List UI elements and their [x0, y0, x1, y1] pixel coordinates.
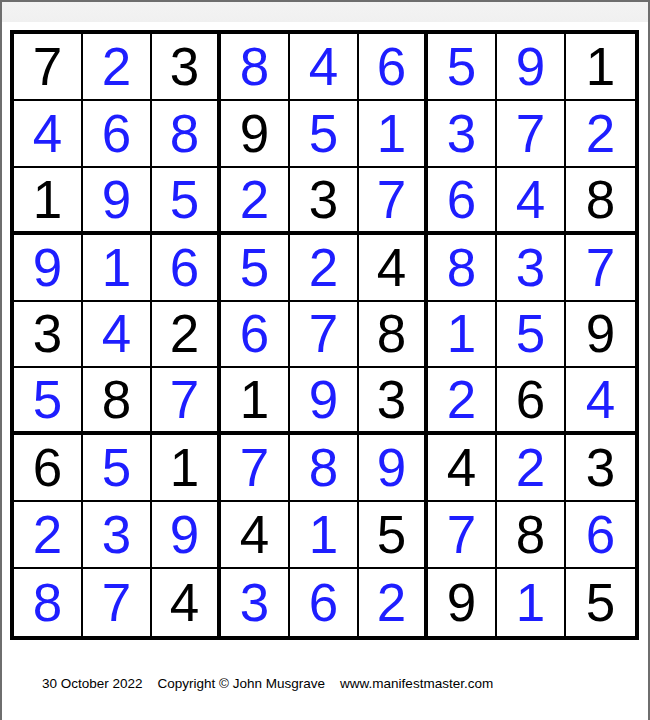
cell-r7c5: 8: [290, 435, 359, 502]
page: 7238465914689513721952376489165248373426…: [0, 0, 650, 720]
cell-r3c3: 5: [152, 168, 221, 235]
cell-r5c7: 1: [428, 302, 497, 369]
cell-r4c1: 9: [14, 235, 83, 302]
cell-r3c1: 1: [14, 168, 83, 235]
cell-r1c5: 4: [290, 34, 359, 101]
cell-r3c6: 7: [359, 168, 428, 235]
cell-r6c4: 1: [221, 368, 290, 435]
cell-r5c8: 5: [497, 302, 566, 369]
cell-r9c3: 4: [152, 569, 221, 636]
cell-r5c5: 7: [290, 302, 359, 369]
cell-r8c7: 7: [428, 502, 497, 569]
cell-r5c4: 6: [221, 302, 290, 369]
cell-r7c1: 6: [14, 435, 83, 502]
cell-r2c2: 6: [83, 101, 152, 168]
cell-r4c7: 8: [428, 235, 497, 302]
cell-r7c9: 3: [566, 435, 635, 502]
cell-r1c9: 1: [566, 34, 635, 101]
cell-r9c5: 6: [290, 569, 359, 636]
cell-r2c7: 3: [428, 101, 497, 168]
cell-r2c6: 1: [359, 101, 428, 168]
cell-r9c2: 7: [83, 569, 152, 636]
cell-r3c8: 4: [497, 168, 566, 235]
cell-r5c1: 3: [14, 302, 83, 369]
cell-r7c6: 9: [359, 435, 428, 502]
cell-r6c7: 2: [428, 368, 497, 435]
horizontal-scrollbar-track[interactable]: [2, 2, 648, 22]
cell-r7c3: 1: [152, 435, 221, 502]
cell-r3c9: 8: [566, 168, 635, 235]
cell-r9c6: 2: [359, 569, 428, 636]
cell-r2c3: 8: [152, 101, 221, 168]
cell-r2c4: 9: [221, 101, 290, 168]
cell-r1c3: 3: [152, 34, 221, 101]
cell-r9c8: 1: [497, 569, 566, 636]
cell-r5c9: 9: [566, 302, 635, 369]
cell-r4c6: 4: [359, 235, 428, 302]
cell-r2c5: 5: [290, 101, 359, 168]
frame-left-border: [0, 0, 2, 720]
cell-r1c6: 6: [359, 34, 428, 101]
cell-r2c1: 4: [14, 101, 83, 168]
cell-r4c4: 5: [221, 235, 290, 302]
website-text: www.manifestmaster.com: [340, 676, 493, 691]
cell-r6c6: 3: [359, 368, 428, 435]
cell-r7c7: 4: [428, 435, 497, 502]
cell-r6c5: 9: [290, 368, 359, 435]
cell-r3c5: 3: [290, 168, 359, 235]
cell-r9c1: 8: [14, 569, 83, 636]
cell-r9c7: 9: [428, 569, 497, 636]
cell-r9c4: 3: [221, 569, 290, 636]
cell-r2c9: 2: [566, 101, 635, 168]
cell-r2c8: 7: [497, 101, 566, 168]
cell-r3c2: 9: [83, 168, 152, 235]
cell-r8c8: 8: [497, 502, 566, 569]
cell-r4c5: 2: [290, 235, 359, 302]
cell-r6c3: 7: [152, 368, 221, 435]
cell-r3c4: 2: [221, 168, 290, 235]
cell-r1c2: 2: [83, 34, 152, 101]
sudoku-board: 7238465914689513721952376489165248373426…: [10, 30, 639, 640]
cell-r6c2: 8: [83, 368, 152, 435]
cell-r8c3: 9: [152, 502, 221, 569]
cell-r8c4: 4: [221, 502, 290, 569]
cell-r4c3: 6: [152, 235, 221, 302]
cell-r8c1: 2: [14, 502, 83, 569]
cell-r6c1: 5: [14, 368, 83, 435]
cell-r6c8: 6: [497, 368, 566, 435]
cell-r8c6: 5: [359, 502, 428, 569]
cell-r4c9: 7: [566, 235, 635, 302]
cell-r1c7: 5: [428, 34, 497, 101]
cell-r8c2: 3: [83, 502, 152, 569]
cell-r7c4: 7: [221, 435, 290, 502]
cell-r8c5: 1: [290, 502, 359, 569]
copyright-text: Copyright © John Musgrave: [158, 676, 326, 691]
cell-r1c4: 8: [221, 34, 290, 101]
cell-r7c2: 5: [83, 435, 152, 502]
cell-r1c8: 9: [497, 34, 566, 101]
cell-r5c2: 4: [83, 302, 152, 369]
cell-r5c3: 2: [152, 302, 221, 369]
cell-r4c8: 3: [497, 235, 566, 302]
cell-r7c8: 2: [497, 435, 566, 502]
cell-r1c1: 7: [14, 34, 83, 101]
cell-r9c9: 5: [566, 569, 635, 636]
date-text: 30 October 2022: [42, 676, 143, 691]
cell-r6c9: 4: [566, 368, 635, 435]
cell-r8c9: 6: [566, 502, 635, 569]
cell-r3c7: 6: [428, 168, 497, 235]
cell-r4c2: 1: [83, 235, 152, 302]
cell-r5c6: 8: [359, 302, 428, 369]
footer: 30 October 2022 Copyright © John Musgrav…: [0, 676, 650, 691]
